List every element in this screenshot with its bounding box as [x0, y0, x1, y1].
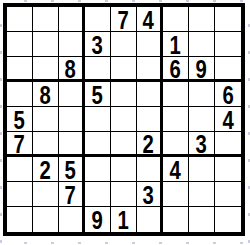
sudoku-board: 7431869856547232547391: [3, 3, 245, 236]
cell-r4c8[interactable]: [189, 82, 215, 107]
cell-r9c3[interactable]: [59, 207, 85, 232]
cell-r9c7[interactable]: [163, 207, 189, 232]
cell-r1c8[interactable]: [189, 7, 215, 32]
cell-r3c6[interactable]: [137, 57, 163, 82]
cell-r1c4[interactable]: [85, 7, 111, 32]
cell-r2c8[interactable]: [189, 32, 215, 57]
cell-r1c6[interactable]: 4: [137, 7, 163, 32]
given-digit: 5: [92, 82, 103, 107]
cell-r3c9[interactable]: [215, 57, 241, 82]
given-digit: 4: [143, 7, 154, 32]
cell-r2c6[interactable]: [137, 32, 163, 57]
given-digit: 6: [222, 82, 233, 107]
cell-r5c4[interactable]: [85, 107, 111, 132]
cell-r8c8[interactable]: [189, 182, 215, 207]
cell-r6c6[interactable]: 2: [137, 132, 163, 157]
cell-r4c5[interactable]: [111, 82, 137, 107]
cell-r2c3[interactable]: [59, 32, 85, 57]
cell-r7c6[interactable]: [137, 157, 163, 182]
cell-r4c7[interactable]: [163, 82, 189, 107]
cell-r6c2[interactable]: [33, 132, 59, 157]
cell-r2c5[interactable]: [111, 32, 137, 57]
cell-r6c9[interactable]: [215, 132, 241, 157]
cell-r7c5[interactable]: [111, 157, 137, 182]
cell-r9c8[interactable]: [189, 207, 215, 232]
given-digit: 3: [92, 32, 103, 57]
given-digit: 8: [40, 82, 51, 107]
given-digit: 7: [118, 7, 129, 32]
sudoku-page: 7431869856547232547391: [0, 0, 250, 245]
cell-r5c7[interactable]: [163, 107, 189, 132]
cell-r8c9[interactable]: [215, 182, 241, 207]
cell-r7c7[interactable]: 4: [163, 157, 189, 182]
cell-r8c2[interactable]: [33, 182, 59, 207]
cell-r2c9[interactable]: [215, 32, 241, 57]
margin-gridline-right: [248, 0, 250, 245]
cell-r5c3[interactable]: [59, 107, 85, 132]
cell-r2c1[interactable]: [7, 32, 33, 57]
cell-r9c2[interactable]: [33, 207, 59, 232]
cell-r3c8[interactable]: 9: [189, 57, 215, 82]
cell-r3c7[interactable]: 6: [163, 57, 189, 82]
margin-gridline-bottom: [0, 242, 250, 244]
cell-r5c9[interactable]: 4: [215, 107, 241, 132]
cell-r5c6[interactable]: [137, 107, 163, 132]
given-digit: 8: [65, 57, 76, 82]
cell-r7c2[interactable]: 2: [33, 157, 59, 182]
given-digit: 9: [196, 57, 207, 82]
cell-r6c4[interactable]: [85, 132, 111, 157]
cell-r6c1[interactable]: 7: [7, 132, 33, 157]
cell-r9c9[interactable]: [215, 207, 241, 232]
cell-r4c9[interactable]: 6: [215, 82, 241, 107]
cell-r7c3[interactable]: 5: [59, 157, 85, 182]
cell-r1c3[interactable]: [59, 7, 85, 32]
given-digit: 7: [14, 132, 25, 157]
cell-r1c9[interactable]: [215, 7, 241, 32]
given-digit: 2: [143, 132, 154, 157]
given-digit: 1: [170, 32, 181, 57]
cell-r3c3[interactable]: 8: [59, 57, 85, 82]
given-digit: 4: [170, 157, 181, 182]
cell-r1c7[interactable]: [163, 7, 189, 32]
cell-r3c2[interactable]: [33, 57, 59, 82]
margin-gridline-left: [0, 0, 2, 245]
cell-r4c4[interactable]: 5: [85, 82, 111, 107]
cell-r8c5[interactable]: [111, 182, 137, 207]
cell-r2c7[interactable]: 1: [163, 32, 189, 57]
given-digit: 6: [170, 57, 181, 82]
cell-r5c2[interactable]: [33, 107, 59, 132]
cell-r6c7[interactable]: [163, 132, 189, 157]
cell-r6c5[interactable]: [111, 132, 137, 157]
given-digit: 9: [92, 207, 103, 232]
cell-r7c4[interactable]: [85, 157, 111, 182]
cell-r3c4[interactable]: [85, 57, 111, 82]
cell-r5c5[interactable]: [111, 107, 137, 132]
cell-r7c8[interactable]: [189, 157, 215, 182]
given-digit: 1: [118, 207, 129, 232]
cell-r7c1[interactable]: [7, 157, 33, 182]
cell-r4c2[interactable]: 8: [33, 82, 59, 107]
given-digit: 3: [143, 182, 154, 207]
cell-r6c8[interactable]: 3: [189, 132, 215, 157]
cell-r9c1[interactable]: [7, 207, 33, 232]
given-digit: 5: [14, 107, 25, 132]
given-digit: 5: [65, 157, 76, 182]
cell-r4c6[interactable]: [137, 82, 163, 107]
cell-r2c2[interactable]: [33, 32, 59, 57]
cell-r8c4[interactable]: [85, 182, 111, 207]
cell-r4c1[interactable]: [7, 82, 33, 107]
cell-r9c6[interactable]: [137, 207, 163, 232]
cell-r3c5[interactable]: [111, 57, 137, 82]
cell-r7c9[interactable]: [215, 157, 241, 182]
cell-r8c6[interactable]: 3: [137, 182, 163, 207]
cell-r5c8[interactable]: [189, 107, 215, 132]
cell-r8c1[interactable]: [7, 182, 33, 207]
given-digit: 7: [65, 182, 76, 207]
given-digit: 2: [40, 157, 51, 182]
cell-r8c3[interactable]: 7: [59, 182, 85, 207]
cell-r5c1[interactable]: 5: [7, 107, 33, 132]
cell-r9c4[interactable]: 9: [85, 207, 111, 232]
cell-r9c5[interactable]: 1: [111, 207, 137, 232]
cell-r1c5[interactable]: 7: [111, 7, 137, 32]
given-digit: 4: [222, 107, 233, 132]
cell-r4c3[interactable]: [59, 82, 85, 107]
cell-r8c7[interactable]: [163, 182, 189, 207]
cell-r2c4[interactable]: 3: [85, 32, 111, 57]
margin-gridline-top: [0, 0, 250, 2]
cell-r3c1[interactable]: [7, 57, 33, 82]
cell-r1c2[interactable]: [33, 7, 59, 32]
cell-r1c1[interactable]: [7, 7, 33, 32]
given-digit: 3: [196, 132, 207, 157]
cell-r6c3[interactable]: [59, 132, 85, 157]
